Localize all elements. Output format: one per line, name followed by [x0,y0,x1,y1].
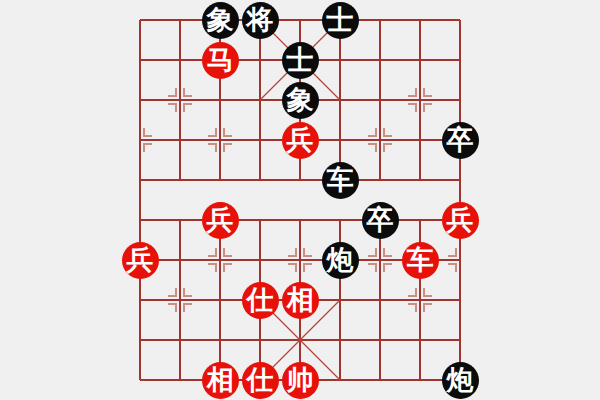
piece-glyph: 车 [407,246,434,273]
piece-glyph: 兵 [447,206,474,233]
red-soldier-piece[interactable]: 兵 [442,202,479,239]
black-soldier-piece[interactable]: 卒 [362,202,399,239]
red-elephant-piece[interactable]: 相 [282,282,319,319]
piece-glyph: 象 [287,86,314,113]
piece-glyph: 帅 [287,366,314,393]
piece-glyph: 兵 [287,126,314,153]
black-advisor-piece[interactable]: 士 [282,42,319,79]
red-chariot-piece[interactable]: 车 [402,242,439,279]
piece-glyph: 象 [207,6,234,33]
black-advisor-piece[interactable]: 士 [322,2,359,39]
piece-glyph: 士 [287,46,314,73]
piece-glyph: 士 [327,6,354,33]
piece-glyph: 仕 [247,286,274,313]
black-soldier-piece[interactable]: 卒 [442,122,479,159]
red-advisor-piece[interactable]: 仕 [242,362,279,399]
black-elephant-piece[interactable]: 象 [202,2,239,39]
red-soldier-piece[interactable]: 兵 [282,122,319,159]
piece-glyph: 相 [207,366,234,393]
piece-glyph: 卒 [367,206,394,233]
piece-glyph: 马 [207,46,234,73]
piece-glyph: 炮 [447,366,474,393]
black-elephant-piece[interactable]: 象 [282,82,319,119]
black-general-piece[interactable]: 将 [242,2,279,39]
xiangqi-board-screen: 象将士马士象兵卒车兵卒兵兵炮车仕相相仕帅炮 [0,0,600,400]
piece-glyph: 兵 [127,246,154,273]
red-advisor-piece[interactable]: 仕 [242,282,279,319]
piece-glyph: 车 [327,166,354,193]
piece-glyph: 仕 [247,366,274,393]
piece-glyph: 相 [287,286,314,313]
red-soldier-piece[interactable]: 兵 [122,242,159,279]
piece-glyph: 将 [247,6,274,33]
piece-glyph: 兵 [207,206,234,233]
black-chariot-piece[interactable]: 车 [322,162,359,199]
piece-glyph: 卒 [447,126,474,153]
piece-glyph: 炮 [327,246,354,273]
black-cannon-piece[interactable]: 炮 [442,362,479,399]
red-soldier-piece[interactable]: 兵 [202,202,239,239]
red-elephant-piece[interactable]: 相 [202,362,239,399]
red-general-piece[interactable]: 帅 [282,362,319,399]
red-horse-piece[interactable]: 马 [202,42,239,79]
black-cannon-piece[interactable]: 炮 [322,242,359,279]
xiangqi-board: 象将士马士象兵卒车兵卒兵兵炮车仕相相仕帅炮 [120,0,480,400]
